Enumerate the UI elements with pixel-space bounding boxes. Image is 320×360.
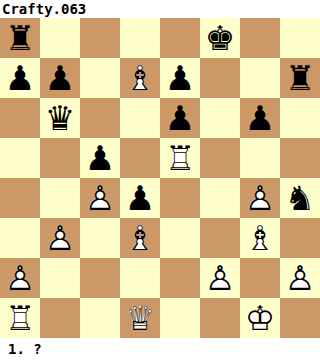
square-h3[interactable] xyxy=(280,218,320,258)
square-h2[interactable]: ♟♙ xyxy=(280,258,320,298)
square-c6[interactable] xyxy=(80,98,120,138)
square-e5[interactable]: ♜♖ xyxy=(160,138,200,178)
square-h6[interactable] xyxy=(280,98,320,138)
piece-glyph: ♜ xyxy=(280,58,320,98)
white-bishop[interactable]: ♝♗ xyxy=(120,218,160,258)
piece-outline: ♙ xyxy=(280,258,320,298)
square-c7[interactable] xyxy=(80,58,120,98)
piece-outline: ♙ xyxy=(240,178,280,218)
square-c2[interactable] xyxy=(80,258,120,298)
white-pawn[interactable]: ♟♙ xyxy=(0,258,40,298)
square-h8[interactable] xyxy=(280,18,320,58)
square-g8[interactable] xyxy=(240,18,280,58)
square-d4[interactable]: ♟ xyxy=(120,178,160,218)
square-c1[interactable] xyxy=(80,298,120,338)
window-title: Crafty.063 xyxy=(2,0,86,18)
black-rook[interactable]: ♜ xyxy=(0,18,40,58)
piece-glyph: ♟ xyxy=(40,58,80,98)
square-b8[interactable] xyxy=(40,18,80,58)
square-c4[interactable]: ♟♙ xyxy=(80,178,120,218)
piece-glyph: ♟ xyxy=(0,58,40,98)
square-f4[interactable] xyxy=(200,178,240,218)
piece-glyph: ♛ xyxy=(40,98,80,138)
square-b3[interactable]: ♟♙ xyxy=(40,218,80,258)
piece-glyph: ♟ xyxy=(120,178,160,218)
square-h4[interactable]: ♞ xyxy=(280,178,320,218)
square-c5[interactable]: ♟ xyxy=(80,138,120,178)
titlebar: Crafty.063 xyxy=(0,0,320,18)
square-f5[interactable] xyxy=(200,138,240,178)
black-pawn[interactable]: ♟ xyxy=(40,58,80,98)
white-king[interactable]: ♚♔ xyxy=(240,298,280,338)
piece-outline: ♗ xyxy=(120,218,160,258)
white-queen[interactable]: ♛♕ xyxy=(120,298,160,338)
piece-outline: ♗ xyxy=(240,218,280,258)
piece-outline: ♖ xyxy=(0,298,40,338)
piece-outline: ♙ xyxy=(200,258,240,298)
piece-glyph: ♟ xyxy=(160,98,200,138)
square-f1[interactable] xyxy=(200,298,240,338)
statusbar: 1. ? xyxy=(0,338,320,360)
square-e2[interactable] xyxy=(160,258,200,298)
square-b4[interactable] xyxy=(40,178,80,218)
piece-outline: ♕ xyxy=(120,298,160,338)
piece-glyph: ♜ xyxy=(0,18,40,58)
black-pawn[interactable]: ♟ xyxy=(240,98,280,138)
piece-outline: ♙ xyxy=(0,258,40,298)
piece-outline: ♙ xyxy=(80,178,120,218)
chess-board: ♜♚♟♟♝♗♟♜♛♟♟♟♜♖♟♙♟♟♙♞♟♙♝♗♝♗♟♙♟♙♟♙♜♖♛♕♚♔ xyxy=(0,18,320,338)
chess-window: Crafty.063 ♜♚♟♟♝♗♟♜♛♟♟♟♜♖♟♙♟♟♙♞♟♙♝♗♝♗♟♙♟… xyxy=(0,0,320,360)
square-g5[interactable] xyxy=(240,138,280,178)
square-c3[interactable] xyxy=(80,218,120,258)
square-d8[interactable] xyxy=(120,18,160,58)
black-pawn[interactable]: ♟ xyxy=(160,58,200,98)
square-f3[interactable] xyxy=(200,218,240,258)
square-a4[interactable] xyxy=(0,178,40,218)
square-a6[interactable] xyxy=(0,98,40,138)
black-rook[interactable]: ♜ xyxy=(280,58,320,98)
white-pawn[interactable]: ♟♙ xyxy=(240,178,280,218)
square-d7[interactable]: ♝♗ xyxy=(120,58,160,98)
white-pawn[interactable]: ♟♙ xyxy=(80,178,120,218)
piece-outline: ♙ xyxy=(40,218,80,258)
black-pawn[interactable]: ♟ xyxy=(80,138,120,178)
black-pawn[interactable]: ♟ xyxy=(120,178,160,218)
square-f2[interactable]: ♟♙ xyxy=(200,258,240,298)
square-e3[interactable] xyxy=(160,218,200,258)
square-e1[interactable] xyxy=(160,298,200,338)
piece-glyph: ♟ xyxy=(240,98,280,138)
square-b5[interactable] xyxy=(40,138,80,178)
black-pawn[interactable]: ♟ xyxy=(0,58,40,98)
square-e8[interactable] xyxy=(160,18,200,58)
square-g6[interactable]: ♟ xyxy=(240,98,280,138)
square-g4[interactable]: ♟♙ xyxy=(240,178,280,218)
white-rook[interactable]: ♜♖ xyxy=(0,298,40,338)
square-d6[interactable] xyxy=(120,98,160,138)
square-e6[interactable]: ♟ xyxy=(160,98,200,138)
black-pawn[interactable]: ♟ xyxy=(160,98,200,138)
square-a7[interactable]: ♟ xyxy=(0,58,40,98)
square-g1[interactable]: ♚♔ xyxy=(240,298,280,338)
piece-outline: ♗ xyxy=(120,58,160,98)
square-a2[interactable]: ♟♙ xyxy=(0,258,40,298)
piece-glyph: ♟ xyxy=(80,138,120,178)
black-queen[interactable]: ♛ xyxy=(40,98,80,138)
piece-glyph: ♞ xyxy=(280,178,320,218)
black-king[interactable]: ♚ xyxy=(200,18,240,58)
square-h1[interactable] xyxy=(280,298,320,338)
square-b7[interactable]: ♟ xyxy=(40,58,80,98)
square-c8[interactable] xyxy=(80,18,120,58)
white-pawn[interactable]: ♟♙ xyxy=(40,218,80,258)
square-b2[interactable] xyxy=(40,258,80,298)
square-h7[interactable]: ♜ xyxy=(280,58,320,98)
square-e4[interactable] xyxy=(160,178,200,218)
square-b6[interactable]: ♛ xyxy=(40,98,80,138)
move-prompt: 1. ? xyxy=(8,338,42,360)
square-d2[interactable] xyxy=(120,258,160,298)
square-f8[interactable]: ♚ xyxy=(200,18,240,58)
white-pawn[interactable]: ♟♙ xyxy=(280,258,320,298)
square-f7[interactable] xyxy=(200,58,240,98)
square-a5[interactable] xyxy=(0,138,40,178)
piece-outline: ♔ xyxy=(240,298,280,338)
square-a1[interactable]: ♜♖ xyxy=(0,298,40,338)
square-e7[interactable]: ♟ xyxy=(160,58,200,98)
white-bishop[interactable]: ♝♗ xyxy=(240,218,280,258)
white-rook[interactable]: ♜♖ xyxy=(160,138,200,178)
square-d5[interactable] xyxy=(120,138,160,178)
square-f6[interactable] xyxy=(200,98,240,138)
square-g3[interactable]: ♝♗ xyxy=(240,218,280,258)
square-d3[interactable]: ♝♗ xyxy=(120,218,160,258)
black-knight[interactable]: ♞ xyxy=(280,178,320,218)
square-h5[interactable] xyxy=(280,138,320,178)
piece-outline: ♖ xyxy=(160,138,200,178)
square-b1[interactable] xyxy=(40,298,80,338)
piece-glyph: ♟ xyxy=(160,58,200,98)
white-bishop[interactable]: ♝♗ xyxy=(120,58,160,98)
square-a3[interactable] xyxy=(0,218,40,258)
square-g7[interactable] xyxy=(240,58,280,98)
square-a8[interactable]: ♜ xyxy=(0,18,40,58)
piece-glyph: ♚ xyxy=(200,18,240,58)
square-d1[interactable]: ♛♕ xyxy=(120,298,160,338)
square-g2[interactable] xyxy=(240,258,280,298)
white-pawn[interactable]: ♟♙ xyxy=(200,258,240,298)
